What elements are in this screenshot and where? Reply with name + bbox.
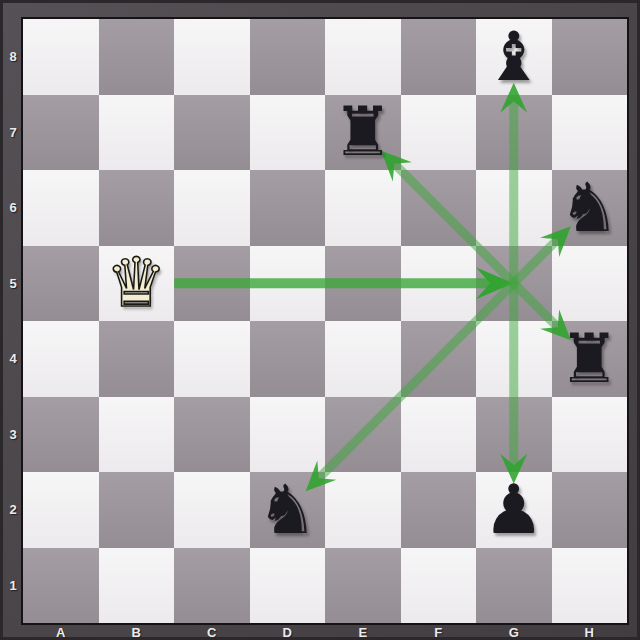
chess-board [23, 19, 627, 623]
square-h5[interactable] [552, 246, 628, 322]
square-e1[interactable] [325, 548, 401, 624]
rank-label-8: 8 [3, 19, 23, 95]
file-label-f: F [401, 623, 477, 640]
file-label-e: E [325, 623, 401, 640]
square-e4[interactable] [325, 321, 401, 397]
square-f4[interactable] [401, 321, 477, 397]
square-g2[interactable] [476, 472, 552, 548]
square-d7[interactable] [250, 95, 326, 171]
rank-label-1: 1 [3, 548, 23, 624]
file-label-b: B [99, 623, 175, 640]
rank-labels: 87654321 [3, 19, 23, 623]
square-g8[interactable] [476, 19, 552, 95]
square-a7[interactable] [23, 95, 99, 171]
file-label-d: D [250, 623, 326, 640]
square-d3[interactable] [250, 397, 326, 473]
square-h4[interactable] [552, 321, 628, 397]
square-d4[interactable] [250, 321, 326, 397]
square-b7[interactable] [99, 95, 175, 171]
square-b4[interactable] [99, 321, 175, 397]
square-h1[interactable] [552, 548, 628, 624]
file-label-g: G [476, 623, 552, 640]
square-a4[interactable] [23, 321, 99, 397]
square-b5[interactable] [99, 246, 175, 322]
square-a3[interactable] [23, 397, 99, 473]
square-b3[interactable] [99, 397, 175, 473]
square-c6[interactable] [174, 170, 250, 246]
rank-label-2: 2 [3, 472, 23, 548]
square-c7[interactable] [174, 95, 250, 171]
rank-label-3: 3 [3, 397, 23, 473]
square-a2[interactable] [23, 472, 99, 548]
square-g3[interactable] [476, 397, 552, 473]
square-f6[interactable] [401, 170, 477, 246]
file-label-a: A [23, 623, 99, 640]
file-labels: ABCDEFGH [23, 623, 627, 640]
rank-label-6: 6 [3, 170, 23, 246]
square-g6[interactable] [476, 170, 552, 246]
square-c5[interactable] [174, 246, 250, 322]
rank-label-4: 4 [3, 321, 23, 397]
square-h7[interactable] [552, 95, 628, 171]
file-label-h: H [552, 623, 628, 640]
square-f8[interactable] [401, 19, 477, 95]
square-c1[interactable] [174, 548, 250, 624]
square-h6[interactable] [552, 170, 628, 246]
square-a6[interactable] [23, 170, 99, 246]
file-label-c: C [174, 623, 250, 640]
square-b2[interactable] [99, 472, 175, 548]
square-d1[interactable] [250, 548, 326, 624]
rank-label-5: 5 [3, 246, 23, 322]
square-h3[interactable] [552, 397, 628, 473]
square-f3[interactable] [401, 397, 477, 473]
square-e6[interactable] [325, 170, 401, 246]
square-f5[interactable] [401, 246, 477, 322]
square-e5[interactable] [325, 246, 401, 322]
square-g5[interactable] [476, 246, 552, 322]
square-f1[interactable] [401, 548, 477, 624]
square-d5[interactable] [250, 246, 326, 322]
square-b1[interactable] [99, 548, 175, 624]
square-c2[interactable] [174, 472, 250, 548]
square-c8[interactable] [174, 19, 250, 95]
square-c4[interactable] [174, 321, 250, 397]
square-a8[interactable] [23, 19, 99, 95]
square-g1[interactable] [476, 548, 552, 624]
square-e8[interactable] [325, 19, 401, 95]
square-f2[interactable] [401, 472, 477, 548]
square-d8[interactable] [250, 19, 326, 95]
square-g7[interactable] [476, 95, 552, 171]
square-a1[interactable] [23, 548, 99, 624]
square-e7[interactable] [325, 95, 401, 171]
square-h2[interactable] [552, 472, 628, 548]
square-e2[interactable] [325, 472, 401, 548]
square-a5[interactable] [23, 246, 99, 322]
board-frame: 87654321 ABCDEFGH ♛♝♜♞♜♞♟ [0, 0, 640, 640]
square-b6[interactable] [99, 170, 175, 246]
square-b8[interactable] [99, 19, 175, 95]
square-d6[interactable] [250, 170, 326, 246]
square-d2[interactable] [250, 472, 326, 548]
square-h8[interactable] [552, 19, 628, 95]
square-f7[interactable] [401, 95, 477, 171]
square-e3[interactable] [325, 397, 401, 473]
square-c3[interactable] [174, 397, 250, 473]
square-g4[interactable] [476, 321, 552, 397]
rank-label-7: 7 [3, 95, 23, 171]
